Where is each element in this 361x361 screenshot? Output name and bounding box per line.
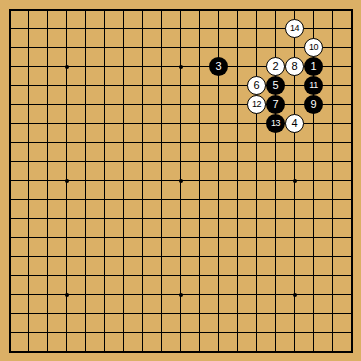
point-G15[interactable]: [114, 76, 133, 95]
point-L9[interactable]: [190, 190, 209, 209]
point-O17[interactable]: [247, 38, 266, 57]
point-G16[interactable]: [114, 57, 133, 76]
point-O5[interactable]: [247, 266, 266, 285]
point-S13[interactable]: [323, 114, 342, 133]
point-T7[interactable]: [342, 228, 361, 247]
point-T17[interactable]: [342, 38, 361, 57]
point-P18[interactable]: [266, 19, 285, 38]
point-S4[interactable]: [323, 285, 342, 304]
point-D17[interactable]: [57, 38, 76, 57]
point-E15[interactable]: [76, 76, 95, 95]
point-O16[interactable]: [247, 57, 266, 76]
point-G5[interactable]: [114, 266, 133, 285]
point-F11[interactable]: [95, 152, 114, 171]
point-G14[interactable]: [114, 95, 133, 114]
point-F4[interactable]: [95, 285, 114, 304]
point-H18[interactable]: [133, 19, 152, 38]
point-S6[interactable]: [323, 247, 342, 266]
point-A8[interactable]: [0, 209, 19, 228]
point-A17[interactable]: [0, 38, 19, 57]
point-K6[interactable]: [171, 247, 190, 266]
point-G3[interactable]: [114, 304, 133, 323]
point-D8[interactable]: [57, 209, 76, 228]
point-H17[interactable]: [133, 38, 152, 57]
point-A13[interactable]: [0, 114, 19, 133]
point-O19[interactable]: [247, 0, 266, 19]
point-K7[interactable]: [171, 228, 190, 247]
point-Q11[interactable]: [285, 152, 304, 171]
point-T2[interactable]: [342, 323, 361, 342]
point-B15[interactable]: [19, 76, 38, 95]
point-T11[interactable]: [342, 152, 361, 171]
point-A10[interactable]: [0, 171, 19, 190]
point-J4[interactable]: [152, 285, 171, 304]
point-C15[interactable]: [38, 76, 57, 95]
point-H4[interactable]: [133, 285, 152, 304]
point-L13[interactable]: [190, 114, 209, 133]
point-E13[interactable]: [76, 114, 95, 133]
point-F18[interactable]: [95, 19, 114, 38]
point-C4[interactable]: [38, 285, 57, 304]
point-H12[interactable]: [133, 133, 152, 152]
point-F17[interactable]: [95, 38, 114, 57]
point-F16[interactable]: [95, 57, 114, 76]
point-M14[interactable]: [209, 95, 228, 114]
point-P11[interactable]: [266, 152, 285, 171]
point-T3[interactable]: [342, 304, 361, 323]
point-N12[interactable]: [228, 133, 247, 152]
point-T10[interactable]: [342, 171, 361, 190]
point-A11[interactable]: [0, 152, 19, 171]
point-N3[interactable]: [228, 304, 247, 323]
point-R10[interactable]: [304, 171, 323, 190]
point-D16[interactable]: [57, 57, 76, 76]
point-J10[interactable]: [152, 171, 171, 190]
point-Q14[interactable]: [285, 95, 304, 114]
point-O3[interactable]: [247, 304, 266, 323]
point-A4[interactable]: [0, 285, 19, 304]
point-N16[interactable]: [228, 57, 247, 76]
point-K3[interactable]: [171, 304, 190, 323]
point-F5[interactable]: [95, 266, 114, 285]
point-A18[interactable]: [0, 19, 19, 38]
point-C13[interactable]: [38, 114, 57, 133]
point-F7[interactable]: [95, 228, 114, 247]
point-B13[interactable]: [19, 114, 38, 133]
point-C5[interactable]: [38, 266, 57, 285]
point-E7[interactable]: [76, 228, 95, 247]
point-N19[interactable]: [228, 0, 247, 19]
point-B8[interactable]: [19, 209, 38, 228]
point-F6[interactable]: [95, 247, 114, 266]
point-H16[interactable]: [133, 57, 152, 76]
point-G17[interactable]: [114, 38, 133, 57]
point-S16[interactable]: [323, 57, 342, 76]
point-E2[interactable]: [76, 323, 95, 342]
point-Q8[interactable]: [285, 209, 304, 228]
point-A15[interactable]: [0, 76, 19, 95]
point-C16[interactable]: [38, 57, 57, 76]
point-K2[interactable]: [171, 323, 190, 342]
point-T12[interactable]: [342, 133, 361, 152]
point-E1[interactable]: [76, 342, 95, 361]
point-F14[interactable]: [95, 95, 114, 114]
point-J19[interactable]: [152, 0, 171, 19]
point-S7[interactable]: [323, 228, 342, 247]
point-J11[interactable]: [152, 152, 171, 171]
point-N1[interactable]: [228, 342, 247, 361]
point-E6[interactable]: [76, 247, 95, 266]
point-H9[interactable]: [133, 190, 152, 209]
point-J1[interactable]: [152, 342, 171, 361]
point-B6[interactable]: [19, 247, 38, 266]
point-A16[interactable]: [0, 57, 19, 76]
point-N9[interactable]: [228, 190, 247, 209]
point-P19[interactable]: [266, 0, 285, 19]
point-E5[interactable]: [76, 266, 95, 285]
point-B12[interactable]: [19, 133, 38, 152]
point-D9[interactable]: [57, 190, 76, 209]
point-O1[interactable]: [247, 342, 266, 361]
point-N13[interactable]: [228, 114, 247, 133]
point-R1[interactable]: [304, 342, 323, 361]
point-B17[interactable]: [19, 38, 38, 57]
point-H1[interactable]: [133, 342, 152, 361]
point-N5[interactable]: [228, 266, 247, 285]
point-N10[interactable]: [228, 171, 247, 190]
point-L11[interactable]: [190, 152, 209, 171]
point-A12[interactable]: [0, 133, 19, 152]
point-M3[interactable]: [209, 304, 228, 323]
point-T18[interactable]: [342, 19, 361, 38]
point-M5[interactable]: [209, 266, 228, 285]
point-P9[interactable]: [266, 190, 285, 209]
point-F15[interactable]: [95, 76, 114, 95]
point-E8[interactable]: [76, 209, 95, 228]
point-P8[interactable]: [266, 209, 285, 228]
point-Q4[interactable]: [285, 285, 304, 304]
point-L17[interactable]: [190, 38, 209, 57]
point-E16[interactable]: [76, 57, 95, 76]
point-M10[interactable]: [209, 171, 228, 190]
point-D19[interactable]: [57, 0, 76, 19]
point-S10[interactable]: [323, 171, 342, 190]
point-M9[interactable]: [209, 190, 228, 209]
point-N2[interactable]: [228, 323, 247, 342]
point-S17[interactable]: [323, 38, 342, 57]
point-L15[interactable]: [190, 76, 209, 95]
point-B14[interactable]: [19, 95, 38, 114]
point-A3[interactable]: [0, 304, 19, 323]
point-T6[interactable]: [342, 247, 361, 266]
point-H3[interactable]: [133, 304, 152, 323]
point-M17[interactable]: [209, 38, 228, 57]
point-J8[interactable]: [152, 209, 171, 228]
point-G7[interactable]: [114, 228, 133, 247]
point-O10[interactable]: [247, 171, 266, 190]
point-L4[interactable]: [190, 285, 209, 304]
point-R11[interactable]: [304, 152, 323, 171]
point-C3[interactable]: [38, 304, 57, 323]
point-E10[interactable]: [76, 171, 95, 190]
point-E9[interactable]: [76, 190, 95, 209]
point-G4[interactable]: [114, 285, 133, 304]
point-G11[interactable]: [114, 152, 133, 171]
point-R3[interactable]: [304, 304, 323, 323]
point-L2[interactable]: [190, 323, 209, 342]
point-F8[interactable]: [95, 209, 114, 228]
point-E3[interactable]: [76, 304, 95, 323]
point-H19[interactable]: [133, 0, 152, 19]
point-H8[interactable]: [133, 209, 152, 228]
point-Q12[interactable]: [285, 133, 304, 152]
point-T8[interactable]: [342, 209, 361, 228]
point-K14[interactable]: [171, 95, 190, 114]
point-D12[interactable]: [57, 133, 76, 152]
point-D4[interactable]: [57, 285, 76, 304]
point-G6[interactable]: [114, 247, 133, 266]
point-K5[interactable]: [171, 266, 190, 285]
point-K19[interactable]: [171, 0, 190, 19]
point-D18[interactable]: [57, 19, 76, 38]
point-G8[interactable]: [114, 209, 133, 228]
point-J16[interactable]: [152, 57, 171, 76]
point-Q9[interactable]: [285, 190, 304, 209]
point-E19[interactable]: [76, 0, 95, 19]
point-L10[interactable]: [190, 171, 209, 190]
point-B4[interactable]: [19, 285, 38, 304]
point-H11[interactable]: [133, 152, 152, 171]
point-P12[interactable]: [266, 133, 285, 152]
point-G18[interactable]: [114, 19, 133, 38]
point-J6[interactable]: [152, 247, 171, 266]
point-M18[interactable]: [209, 19, 228, 38]
point-O7[interactable]: [247, 228, 266, 247]
point-F1[interactable]: [95, 342, 114, 361]
point-O9[interactable]: [247, 190, 266, 209]
point-Q19[interactable]: [285, 0, 304, 19]
point-P5[interactable]: [266, 266, 285, 285]
point-L12[interactable]: [190, 133, 209, 152]
point-F2[interactable]: [95, 323, 114, 342]
point-C7[interactable]: [38, 228, 57, 247]
point-L8[interactable]: [190, 209, 209, 228]
point-R4[interactable]: [304, 285, 323, 304]
point-C14[interactable]: [38, 95, 57, 114]
point-M8[interactable]: [209, 209, 228, 228]
point-G2[interactable]: [114, 323, 133, 342]
point-S1[interactable]: [323, 342, 342, 361]
point-Q2[interactable]: [285, 323, 304, 342]
point-J9[interactable]: [152, 190, 171, 209]
point-B18[interactable]: [19, 19, 38, 38]
point-B2[interactable]: [19, 323, 38, 342]
point-M6[interactable]: [209, 247, 228, 266]
point-K17[interactable]: [171, 38, 190, 57]
point-G19[interactable]: [114, 0, 133, 19]
point-A6[interactable]: [0, 247, 19, 266]
point-D13[interactable]: [57, 114, 76, 133]
point-Q5[interactable]: [285, 266, 304, 285]
point-O18[interactable]: [247, 19, 266, 38]
point-P3[interactable]: [266, 304, 285, 323]
point-A9[interactable]: [0, 190, 19, 209]
point-T13[interactable]: [342, 114, 361, 133]
point-T19[interactable]: [342, 0, 361, 19]
point-R12[interactable]: [304, 133, 323, 152]
point-K9[interactable]: [171, 190, 190, 209]
point-D7[interactable]: [57, 228, 76, 247]
point-B9[interactable]: [19, 190, 38, 209]
point-S18[interactable]: [323, 19, 342, 38]
point-J3[interactable]: [152, 304, 171, 323]
point-N11[interactable]: [228, 152, 247, 171]
point-L5[interactable]: [190, 266, 209, 285]
point-R5[interactable]: [304, 266, 323, 285]
point-R6[interactable]: [304, 247, 323, 266]
point-S14[interactable]: [323, 95, 342, 114]
point-L1[interactable]: [190, 342, 209, 361]
point-G12[interactable]: [114, 133, 133, 152]
point-J12[interactable]: [152, 133, 171, 152]
point-N7[interactable]: [228, 228, 247, 247]
point-D15[interactable]: [57, 76, 76, 95]
point-M12[interactable]: [209, 133, 228, 152]
point-K4[interactable]: [171, 285, 190, 304]
point-G1[interactable]: [114, 342, 133, 361]
point-M2[interactable]: [209, 323, 228, 342]
point-E14[interactable]: [76, 95, 95, 114]
point-R13[interactable]: [304, 114, 323, 133]
point-D14[interactable]: [57, 95, 76, 114]
point-F19[interactable]: [95, 0, 114, 19]
point-F13[interactable]: [95, 114, 114, 133]
point-D10[interactable]: [57, 171, 76, 190]
point-A7[interactable]: [0, 228, 19, 247]
point-S5[interactable]: [323, 266, 342, 285]
point-R18[interactable]: [304, 19, 323, 38]
point-T15[interactable]: [342, 76, 361, 95]
point-A2[interactable]: [0, 323, 19, 342]
point-K8[interactable]: [171, 209, 190, 228]
point-A14[interactable]: [0, 95, 19, 114]
point-C8[interactable]: [38, 209, 57, 228]
point-O6[interactable]: [247, 247, 266, 266]
point-J17[interactable]: [152, 38, 171, 57]
point-B5[interactable]: [19, 266, 38, 285]
point-N17[interactable]: [228, 38, 247, 57]
point-S3[interactable]: [323, 304, 342, 323]
point-L19[interactable]: [190, 0, 209, 19]
point-D6[interactable]: [57, 247, 76, 266]
point-G9[interactable]: [114, 190, 133, 209]
point-K18[interactable]: [171, 19, 190, 38]
point-M4[interactable]: [209, 285, 228, 304]
point-P17[interactable]: [266, 38, 285, 57]
point-H15[interactable]: [133, 76, 152, 95]
point-H13[interactable]: [133, 114, 152, 133]
point-S11[interactable]: [323, 152, 342, 171]
point-F12[interactable]: [95, 133, 114, 152]
point-M13[interactable]: [209, 114, 228, 133]
point-R8[interactable]: [304, 209, 323, 228]
point-D11[interactable]: [57, 152, 76, 171]
point-L7[interactable]: [190, 228, 209, 247]
point-K1[interactable]: [171, 342, 190, 361]
point-B7[interactable]: [19, 228, 38, 247]
point-C17[interactable]: [38, 38, 57, 57]
point-A19[interactable]: [0, 0, 19, 19]
point-C1[interactable]: [38, 342, 57, 361]
point-F10[interactable]: [95, 171, 114, 190]
point-P7[interactable]: [266, 228, 285, 247]
point-K12[interactable]: [171, 133, 190, 152]
point-N14[interactable]: [228, 95, 247, 114]
point-M7[interactable]: [209, 228, 228, 247]
point-P4[interactable]: [266, 285, 285, 304]
point-C9[interactable]: [38, 190, 57, 209]
point-N8[interactable]: [228, 209, 247, 228]
point-N6[interactable]: [228, 247, 247, 266]
point-J15[interactable]: [152, 76, 171, 95]
point-B1[interactable]: [19, 342, 38, 361]
point-C10[interactable]: [38, 171, 57, 190]
point-M1[interactable]: [209, 342, 228, 361]
point-Q17[interactable]: [285, 38, 304, 57]
point-K11[interactable]: [171, 152, 190, 171]
point-F3[interactable]: [95, 304, 114, 323]
point-T16[interactable]: [342, 57, 361, 76]
point-Q10[interactable]: [285, 171, 304, 190]
point-E17[interactable]: [76, 38, 95, 57]
point-R7[interactable]: [304, 228, 323, 247]
point-C2[interactable]: [38, 323, 57, 342]
point-L14[interactable]: [190, 95, 209, 114]
point-J7[interactable]: [152, 228, 171, 247]
point-D5[interactable]: [57, 266, 76, 285]
point-S8[interactable]: [323, 209, 342, 228]
point-N15[interactable]: [228, 76, 247, 95]
point-B16[interactable]: [19, 57, 38, 76]
point-P6[interactable]: [266, 247, 285, 266]
point-J2[interactable]: [152, 323, 171, 342]
point-L16[interactable]: [190, 57, 209, 76]
point-Q7[interactable]: [285, 228, 304, 247]
point-S9[interactable]: [323, 190, 342, 209]
point-D2[interactable]: [57, 323, 76, 342]
point-L3[interactable]: [190, 304, 209, 323]
point-G13[interactable]: [114, 114, 133, 133]
point-C11[interactable]: [38, 152, 57, 171]
point-B10[interactable]: [19, 171, 38, 190]
point-S19[interactable]: [323, 0, 342, 19]
point-E18[interactable]: [76, 19, 95, 38]
point-J14[interactable]: [152, 95, 171, 114]
point-J13[interactable]: [152, 114, 171, 133]
point-B19[interactable]: [19, 0, 38, 19]
point-P10[interactable]: [266, 171, 285, 190]
point-J5[interactable]: [152, 266, 171, 285]
point-D3[interactable]: [57, 304, 76, 323]
point-Q6[interactable]: [285, 247, 304, 266]
point-S2[interactable]: [323, 323, 342, 342]
point-O2[interactable]: [247, 323, 266, 342]
point-O12[interactable]: [247, 133, 266, 152]
point-O13[interactable]: [247, 114, 266, 133]
point-J18[interactable]: [152, 19, 171, 38]
point-K16[interactable]: [171, 57, 190, 76]
point-T1[interactable]: [342, 342, 361, 361]
